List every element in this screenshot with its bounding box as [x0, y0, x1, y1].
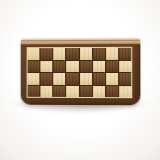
light-square [106, 73, 118, 85]
light-square [66, 85, 78, 97]
dark-square [93, 48, 105, 60]
light-square [106, 48, 118, 60]
folding-chessboard-box [21, 38, 141, 106]
product-photo [0, 0, 160, 160]
dark-square [40, 48, 52, 59]
light-square [93, 60, 105, 72]
dark-square [66, 48, 78, 60]
dark-square [66, 73, 78, 85]
dark-square [53, 61, 65, 72]
dark-square [28, 85, 40, 96]
dark-square [80, 60, 92, 72]
dark-square [28, 61, 40, 72]
light-square [80, 73, 92, 85]
hinge-seam [21, 40, 141, 42]
dark-square [80, 85, 92, 97]
light-square [40, 61, 52, 72]
light-square [53, 73, 65, 84]
checker-grid [28, 48, 132, 97]
light-square [40, 85, 52, 96]
dark-square [53, 85, 65, 97]
dark-square [119, 48, 131, 60]
maple-inlay-border [27, 47, 133, 98]
dark-square [106, 60, 118, 72]
dark-square [119, 73, 131, 85]
light-square [28, 48, 40, 59]
light-square [66, 61, 78, 72]
light-square [80, 48, 92, 60]
light-square [93, 86, 105, 98]
light-square [119, 86, 131, 98]
light-square [28, 73, 40, 84]
dark-square [106, 86, 118, 98]
dark-square [40, 73, 52, 84]
walnut-frame [21, 45, 141, 106]
dark-square [93, 73, 105, 85]
light-square [53, 48, 65, 59]
light-square [119, 60, 131, 72]
